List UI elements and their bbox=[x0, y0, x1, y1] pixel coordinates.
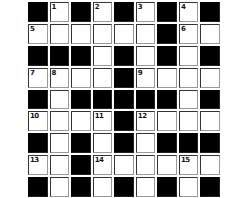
white-cell-r2c1[interactable]: 5 bbox=[28, 24, 48, 44]
white-cell-r7c6[interactable] bbox=[136, 133, 156, 153]
black-cell-r9c3 bbox=[71, 177, 91, 197]
white-cell-r3c8[interactable] bbox=[179, 46, 199, 66]
black-cell-r3c1 bbox=[28, 46, 48, 66]
white-cell-r7c4[interactable] bbox=[93, 133, 113, 153]
white-cell-r6c7[interactable] bbox=[157, 111, 177, 131]
white-cell-r4c3[interactable] bbox=[71, 68, 91, 88]
black-cell-r4c5 bbox=[114, 68, 134, 88]
crossword-page: 123456789101112131415 bbox=[0, 0, 247, 198]
black-cell-r5c1 bbox=[28, 90, 48, 110]
white-cell-r4c8[interactable] bbox=[179, 68, 199, 88]
black-cell-r3c7 bbox=[157, 46, 177, 66]
black-cell-r9c9 bbox=[200, 177, 220, 197]
white-cell-r4c4[interactable] bbox=[93, 68, 113, 88]
crossword-grid: 123456789101112131415 bbox=[28, 2, 220, 197]
white-cell-r6c4[interactable]: 11 bbox=[93, 111, 113, 131]
white-cell-r2c8[interactable]: 6 bbox=[179, 24, 199, 44]
black-cell-r7c9 bbox=[200, 133, 220, 153]
white-cell-r4c6[interactable]: 9 bbox=[136, 68, 156, 88]
white-cell-r6c1[interactable]: 10 bbox=[28, 111, 48, 131]
clue-number-10: 10 bbox=[30, 112, 39, 120]
white-cell-r8c8[interactable]: 15 bbox=[179, 155, 199, 175]
white-cell-r1c2[interactable]: 1 bbox=[50, 2, 70, 22]
black-cell-r7c1 bbox=[28, 133, 48, 153]
white-cell-r8c1[interactable]: 13 bbox=[28, 155, 48, 175]
white-cell-r1c4[interactable]: 2 bbox=[93, 2, 113, 22]
black-cell-r1c1 bbox=[28, 2, 48, 22]
white-cell-r4c1[interactable]: 7 bbox=[28, 68, 48, 88]
black-cell-r5c3 bbox=[71, 90, 91, 110]
black-cell-r9c5 bbox=[114, 177, 134, 197]
clue-number-4: 4 bbox=[181, 3, 185, 11]
white-cell-r2c6[interactable] bbox=[136, 24, 156, 44]
clue-number-6: 6 bbox=[181, 25, 185, 33]
white-cell-r6c8[interactable] bbox=[179, 111, 199, 131]
black-cell-r3c2 bbox=[50, 46, 70, 66]
black-cell-r9c1 bbox=[28, 177, 48, 197]
white-cell-r3c6[interactable] bbox=[136, 46, 156, 66]
black-cell-r5c6 bbox=[136, 90, 156, 110]
black-cell-r8c3 bbox=[71, 155, 91, 175]
white-cell-r6c9[interactable] bbox=[200, 111, 220, 131]
clue-number-1: 1 bbox=[52, 3, 56, 11]
black-cell-r1c5 bbox=[114, 2, 134, 22]
clue-number-11: 11 bbox=[95, 112, 104, 120]
black-cell-r3c3 bbox=[71, 46, 91, 66]
white-cell-r8c2[interactable] bbox=[50, 155, 70, 175]
white-cell-r8c5[interactable] bbox=[114, 155, 134, 175]
clue-number-3: 3 bbox=[138, 3, 142, 11]
white-cell-r8c7[interactable] bbox=[157, 155, 177, 175]
clue-number-15: 15 bbox=[181, 156, 190, 164]
clue-number-12: 12 bbox=[138, 112, 147, 120]
white-cell-r2c4[interactable] bbox=[93, 24, 113, 44]
clue-number-14: 14 bbox=[95, 156, 104, 164]
white-cell-r5c8[interactable] bbox=[179, 90, 199, 110]
white-cell-r4c9[interactable] bbox=[200, 68, 220, 88]
white-cell-r8c6[interactable] bbox=[136, 155, 156, 175]
white-cell-r6c3[interactable] bbox=[71, 111, 91, 131]
white-cell-r1c6[interactable]: 3 bbox=[136, 2, 156, 22]
white-cell-r7c2[interactable] bbox=[50, 133, 70, 153]
white-cell-r6c2[interactable] bbox=[50, 111, 70, 131]
white-cell-r2c2[interactable] bbox=[50, 24, 70, 44]
black-cell-r1c7 bbox=[157, 2, 177, 22]
black-cell-r5c9 bbox=[200, 90, 220, 110]
black-cell-r9c7 bbox=[157, 177, 177, 197]
white-cell-r8c4[interactable]: 14 bbox=[93, 155, 113, 175]
black-cell-r3c9 bbox=[200, 46, 220, 66]
black-cell-r6c5 bbox=[114, 111, 134, 131]
clue-number-2: 2 bbox=[95, 3, 99, 11]
black-cell-r2c7 bbox=[157, 24, 177, 44]
clue-number-8: 8 bbox=[52, 69, 56, 77]
white-cell-r9c6[interactable] bbox=[136, 177, 156, 197]
black-cell-r7c3 bbox=[71, 133, 91, 153]
clue-number-5: 5 bbox=[30, 25, 34, 33]
white-cell-r2c3[interactable] bbox=[71, 24, 91, 44]
white-cell-r6c6[interactable]: 12 bbox=[136, 111, 156, 131]
clue-number-9: 9 bbox=[138, 69, 142, 77]
white-cell-r5c2[interactable] bbox=[50, 90, 70, 110]
white-cell-r2c5[interactable] bbox=[114, 24, 134, 44]
white-cell-r9c2[interactable] bbox=[50, 177, 70, 197]
black-cell-r5c7 bbox=[157, 90, 177, 110]
clue-number-13: 13 bbox=[30, 156, 39, 164]
white-cell-r3c4[interactable] bbox=[93, 46, 113, 66]
white-cell-r1c8[interactable]: 4 bbox=[179, 2, 199, 22]
clue-number-7: 7 bbox=[30, 69, 34, 77]
white-cell-r9c4[interactable] bbox=[93, 177, 113, 197]
white-cell-r4c2[interactable]: 8 bbox=[50, 68, 70, 88]
white-cell-r2c9[interactable] bbox=[200, 24, 220, 44]
black-cell-r7c5 bbox=[114, 133, 134, 153]
black-cell-r7c7 bbox=[157, 133, 177, 153]
black-cell-r5c5 bbox=[114, 90, 134, 110]
black-cell-r1c3 bbox=[71, 2, 91, 22]
white-cell-r9c8[interactable] bbox=[179, 177, 199, 197]
black-cell-r5c4 bbox=[93, 90, 113, 110]
white-cell-r4c7[interactable] bbox=[157, 68, 177, 88]
black-cell-r7c8 bbox=[179, 133, 199, 153]
black-cell-r1c9 bbox=[200, 2, 220, 22]
white-cell-r8c9[interactable] bbox=[200, 155, 220, 175]
black-cell-r3c5 bbox=[114, 46, 134, 66]
